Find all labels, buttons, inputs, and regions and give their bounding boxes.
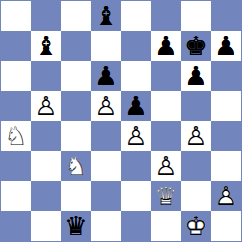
piece-outline-glyph: ♙	[121, 121, 151, 151]
square-g3[interactable]	[181, 151, 211, 181]
square-c1[interactable]: ♛♛	[61, 211, 91, 241]
square-e3[interactable]	[121, 151, 151, 181]
square-b5[interactable]: ♟♙	[31, 91, 61, 121]
square-g8[interactable]	[181, 1, 211, 31]
square-c5[interactable]	[61, 91, 91, 121]
square-d3[interactable]	[91, 151, 121, 181]
square-h1[interactable]	[211, 211, 241, 241]
square-b1[interactable]	[31, 211, 61, 241]
chess-board: ♝♝♝♝♟♟♚♚♟♟♟♟♟♟♟♙♟♙♟♟♞♘♟♙♟♙♞♘♟♙♛♕♟♙♛♛♚♔	[0, 0, 242, 242]
square-h4[interactable]	[211, 121, 241, 151]
piece-white-knight[interactable]: ♞♘	[61, 151, 91, 181]
piece-black-pawn[interactable]: ♟♟	[181, 61, 211, 91]
square-f3[interactable]: ♟♙	[151, 151, 181, 181]
square-d8[interactable]: ♝♝	[91, 1, 121, 31]
piece-white-king[interactable]: ♚♔	[181, 211, 211, 241]
square-a8[interactable]	[1, 1, 31, 31]
piece-white-pawn[interactable]: ♟♙	[181, 121, 211, 151]
piece-outline-glyph: ♛	[61, 211, 91, 241]
piece-outline-glyph: ♙	[31, 91, 61, 121]
piece-black-pawn[interactable]: ♟♟	[151, 31, 181, 61]
piece-outline-glyph: ♘	[61, 151, 91, 181]
square-a3[interactable]	[1, 151, 31, 181]
square-b2[interactable]	[31, 181, 61, 211]
piece-white-pawn[interactable]: ♟♙	[31, 91, 61, 121]
square-h8[interactable]	[211, 1, 241, 31]
square-c2[interactable]	[61, 181, 91, 211]
square-e1[interactable]	[121, 211, 151, 241]
piece-outline-glyph: ♝	[91, 1, 121, 31]
piece-outline-glyph: ♙	[151, 151, 181, 181]
square-c3[interactable]: ♞♘	[61, 151, 91, 181]
square-f2[interactable]: ♛♕	[151, 181, 181, 211]
piece-outline-glyph: ♕	[151, 181, 181, 211]
square-a1[interactable]	[1, 211, 31, 241]
square-d6[interactable]: ♟♟	[91, 61, 121, 91]
square-b7[interactable]: ♝♝	[31, 31, 61, 61]
piece-black-pawn[interactable]: ♟♟	[211, 31, 241, 61]
square-d7[interactable]	[91, 31, 121, 61]
square-d5[interactable]: ♟♙	[91, 91, 121, 121]
square-f7[interactable]: ♟♟	[151, 31, 181, 61]
piece-black-king[interactable]: ♚♚	[181, 31, 211, 61]
square-b8[interactable]	[31, 1, 61, 31]
piece-outline-glyph: ♟	[181, 61, 211, 91]
piece-white-knight[interactable]: ♞♘	[1, 121, 31, 151]
piece-black-bishop[interactable]: ♝♝	[91, 1, 121, 31]
piece-outline-glyph: ♚	[181, 31, 211, 61]
square-b3[interactable]	[31, 151, 61, 181]
square-e7[interactable]	[121, 31, 151, 61]
square-b4[interactable]	[31, 121, 61, 151]
square-f5[interactable]	[151, 91, 181, 121]
square-h7[interactable]: ♟♟	[211, 31, 241, 61]
piece-black-queen[interactable]: ♛♛	[61, 211, 91, 241]
square-g1[interactable]: ♚♔	[181, 211, 211, 241]
piece-black-pawn[interactable]: ♟♟	[91, 61, 121, 91]
square-f8[interactable]	[151, 1, 181, 31]
square-h3[interactable]	[211, 151, 241, 181]
piece-white-queen[interactable]: ♛♕	[151, 181, 181, 211]
square-g2[interactable]	[181, 181, 211, 211]
piece-outline-glyph: ♙	[91, 91, 121, 121]
square-f1[interactable]	[151, 211, 181, 241]
square-e5[interactable]: ♟♟	[121, 91, 151, 121]
square-h2[interactable]: ♟♙	[211, 181, 241, 211]
piece-white-pawn[interactable]: ♟♙	[151, 151, 181, 181]
square-e4[interactable]: ♟♙	[121, 121, 151, 151]
piece-white-pawn[interactable]: ♟♙	[211, 181, 241, 211]
piece-outline-glyph: ♔	[181, 211, 211, 241]
piece-outline-glyph: ♟	[91, 61, 121, 91]
square-d4[interactable]	[91, 121, 121, 151]
piece-outline-glyph: ♟	[121, 91, 151, 121]
piece-outline-glyph: ♙	[181, 121, 211, 151]
square-f4[interactable]	[151, 121, 181, 151]
square-g4[interactable]: ♟♙	[181, 121, 211, 151]
piece-black-bishop[interactable]: ♝♝	[31, 31, 61, 61]
square-h5[interactable]	[211, 91, 241, 121]
piece-black-pawn[interactable]: ♟♟	[121, 91, 151, 121]
square-c8[interactable]	[61, 1, 91, 31]
square-e8[interactable]	[121, 1, 151, 31]
piece-outline-glyph: ♘	[1, 121, 31, 151]
square-c7[interactable]	[61, 31, 91, 61]
square-e2[interactable]	[121, 181, 151, 211]
piece-white-pawn[interactable]: ♟♙	[91, 91, 121, 121]
square-d1[interactable]	[91, 211, 121, 241]
piece-outline-glyph: ♟	[211, 31, 241, 61]
square-a5[interactable]	[1, 91, 31, 121]
piece-outline-glyph: ♝	[31, 31, 61, 61]
square-c6[interactable]	[61, 61, 91, 91]
square-g7[interactable]: ♚♚	[181, 31, 211, 61]
square-a6[interactable]	[1, 61, 31, 91]
square-c4[interactable]	[61, 121, 91, 151]
square-b6[interactable]	[31, 61, 61, 91]
square-d2[interactable]	[91, 181, 121, 211]
square-e6[interactable]	[121, 61, 151, 91]
square-a7[interactable]	[1, 31, 31, 61]
square-h6[interactable]	[211, 61, 241, 91]
square-f6[interactable]	[151, 61, 181, 91]
piece-white-pawn[interactable]: ♟♙	[121, 121, 151, 151]
piece-outline-glyph: ♟	[151, 31, 181, 61]
piece-outline-glyph: ♙	[211, 181, 241, 211]
square-a4[interactable]: ♞♘	[1, 121, 31, 151]
square-a2[interactable]	[1, 181, 31, 211]
square-g6[interactable]: ♟♟	[181, 61, 211, 91]
square-g5[interactable]	[181, 91, 211, 121]
